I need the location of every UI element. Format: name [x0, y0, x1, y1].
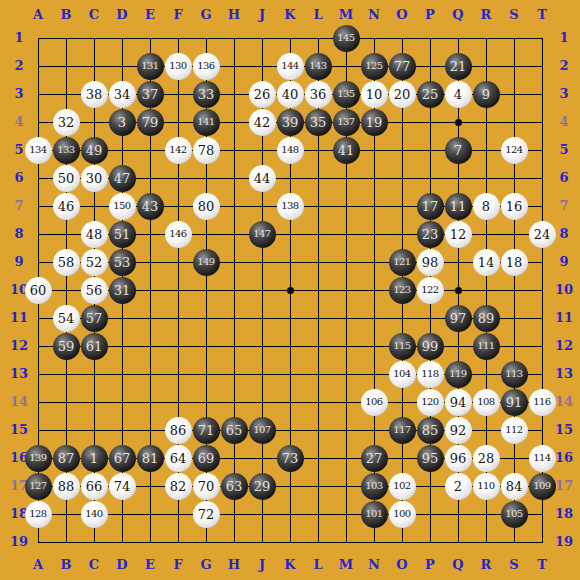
stone-black: 7: [445, 137, 472, 164]
move-number: 72: [198, 508, 215, 521]
move-number: 16: [506, 200, 523, 213]
move-number: 118: [421, 369, 438, 379]
move-number: 82: [170, 480, 187, 493]
stone-white: 2: [445, 473, 472, 500]
move-number: 36: [310, 88, 327, 101]
stone-white: 12: [445, 221, 472, 248]
stone-white: 102: [389, 473, 416, 500]
stone-black: 145: [333, 25, 360, 52]
stone-black: 101: [361, 501, 388, 528]
move-number: 106: [365, 397, 382, 407]
stone-white: 36: [305, 81, 332, 108]
move-number: 131: [141, 61, 158, 71]
stone-white: 100: [389, 501, 416, 528]
go-board-diagram: AABBCCDDEEFFGGHHJJKKLLMMNNOOPPQQRRSSTT11…: [0, 0, 580, 580]
move-number: 79: [142, 116, 159, 129]
move-number: 103: [365, 481, 382, 491]
move-number: 146: [169, 229, 186, 239]
move-number: 41: [338, 144, 355, 157]
stone-white: 56: [81, 277, 108, 304]
move-number: 4: [454, 88, 462, 101]
move-number: 104: [393, 369, 410, 379]
stone-white: 42: [249, 109, 276, 136]
stone-white: 148: [277, 137, 304, 164]
move-number: 8: [482, 200, 490, 213]
stone-white: 128: [25, 501, 52, 528]
stone-white: 4: [445, 81, 472, 108]
move-number: 99: [422, 340, 439, 353]
stone-white: 70: [193, 473, 220, 500]
move-number: 12: [450, 228, 467, 241]
stone-white: 120: [417, 389, 444, 416]
stone-black: 11: [445, 193, 472, 220]
move-number: 96: [450, 452, 467, 465]
move-number: 19: [366, 116, 383, 129]
move-number: 27: [366, 452, 383, 465]
move-number: 88: [58, 480, 75, 493]
move-number: 48: [86, 228, 103, 241]
move-number: 49: [86, 144, 103, 157]
stone-black: 37: [137, 81, 164, 108]
stone-black: 41: [333, 137, 360, 164]
stone-black: 61: [81, 333, 108, 360]
stone-black: 147: [249, 221, 276, 248]
stone-black: 73: [277, 445, 304, 472]
stone-black: 49: [81, 137, 108, 164]
move-number: 86: [170, 424, 187, 437]
stone-black: 137: [333, 109, 360, 136]
move-number: 110: [477, 481, 494, 491]
move-number: 57: [86, 312, 103, 325]
move-number: 38: [86, 88, 103, 101]
move-number: 84: [506, 480, 523, 493]
stone-white: 8: [473, 193, 500, 220]
move-number: 31: [114, 284, 131, 297]
stone-white: 138: [277, 193, 304, 220]
stone-black: 103: [361, 473, 388, 500]
stone-black: 39: [277, 109, 304, 136]
move-number: 114: [533, 453, 550, 463]
move-number: 150: [113, 201, 130, 211]
move-number: 102: [393, 481, 410, 491]
stone-white: 130: [165, 53, 192, 80]
stone-black: 135: [333, 81, 360, 108]
stone-white: 110: [473, 473, 500, 500]
move-number: 34: [114, 88, 131, 101]
stone-black: 143: [305, 53, 332, 80]
stone-white: 98: [417, 249, 444, 276]
stone-white: 52: [81, 249, 108, 276]
move-number: 145: [337, 33, 354, 43]
move-number: 11: [450, 200, 467, 213]
stone-black: 115: [389, 333, 416, 360]
stone-black: 47: [109, 165, 136, 192]
move-number: 149: [197, 257, 214, 267]
stone-white: 86: [165, 417, 192, 444]
move-number: 3: [118, 116, 126, 129]
stone-black: 71: [193, 417, 220, 444]
move-number: 92: [450, 424, 467, 437]
move-number: 10: [366, 88, 383, 101]
move-number: 89: [478, 312, 495, 325]
stone-white: 34: [109, 81, 136, 108]
move-number: 25: [422, 88, 439, 101]
stone-white: 32: [53, 109, 80, 136]
move-number: 60: [30, 284, 47, 297]
stone-white: 124: [501, 137, 528, 164]
move-number: 66: [86, 480, 103, 493]
stone-white: 26: [249, 81, 276, 108]
move-number: 23: [422, 228, 439, 241]
go-board[interactable]: 1234789101112141617181920212324252627282…: [24, 24, 556, 556]
stone-black: 87: [53, 445, 80, 472]
stone-white: 44: [249, 165, 276, 192]
stone-black: 3: [109, 109, 136, 136]
stone-black: 117: [389, 417, 416, 444]
stone-black: 109: [529, 473, 556, 500]
stone-black: 99: [417, 333, 444, 360]
move-number: 67: [114, 452, 131, 465]
move-number: 18: [506, 256, 523, 269]
stone-white: 112: [501, 417, 528, 444]
stone-white: 118: [417, 361, 444, 388]
stone-black: 63: [221, 473, 248, 500]
move-number: 127: [29, 481, 46, 491]
move-number: 87: [58, 452, 75, 465]
stone-white: 50: [53, 165, 80, 192]
stone-white: 46: [53, 193, 80, 220]
stone-white: 96: [445, 445, 472, 472]
stone-white: 84: [501, 473, 528, 500]
move-number: 120: [421, 397, 438, 407]
move-number: 134: [29, 145, 46, 155]
stone-black: 131: [137, 53, 164, 80]
move-number: 2: [454, 480, 462, 493]
move-number: 1: [90, 452, 98, 465]
stone-black: 57: [81, 305, 108, 332]
stone-black: 27: [361, 445, 388, 472]
move-number: 105: [505, 509, 522, 519]
stone-black: 31: [109, 277, 136, 304]
move-number: 17: [422, 200, 439, 213]
stone-black: 89: [473, 305, 500, 332]
stone-white: 58: [53, 249, 80, 276]
stone-white: 54: [53, 305, 80, 332]
move-number: 20: [394, 88, 411, 101]
move-number: 81: [142, 452, 159, 465]
move-number: 100: [393, 509, 410, 519]
move-number: 98: [422, 256, 439, 269]
stone-black: 21: [445, 53, 472, 80]
move-number: 115: [393, 341, 410, 351]
move-number: 117: [393, 425, 410, 435]
stone-white: 16: [501, 193, 528, 220]
stone-white: 104: [389, 361, 416, 388]
move-number: 119: [449, 369, 466, 379]
stone-black: 121: [389, 249, 416, 276]
move-number: 61: [86, 340, 103, 353]
move-number: 64: [170, 452, 187, 465]
move-number: 139: [29, 453, 46, 463]
stone-white: 20: [389, 81, 416, 108]
move-number: 39: [282, 116, 299, 129]
move-number: 74: [114, 480, 131, 493]
stone-white: 60: [25, 277, 52, 304]
move-number: 47: [114, 172, 131, 185]
move-number: 111: [477, 341, 494, 351]
stone-white: 142: [165, 137, 192, 164]
move-number: 26: [254, 88, 271, 101]
stone-black: 1: [81, 445, 108, 472]
move-number: 44: [254, 172, 271, 185]
stone-black: 111: [473, 333, 500, 360]
move-number: 137: [337, 117, 354, 127]
move-number: 63: [226, 480, 243, 493]
stone-white: 134: [25, 137, 52, 164]
stone-white: 140: [81, 501, 108, 528]
stone-white: 136: [193, 53, 220, 80]
stone-white: 88: [53, 473, 80, 500]
move-number: 78: [198, 144, 215, 157]
move-number: 136: [197, 61, 214, 71]
move-number: 128: [29, 509, 46, 519]
move-number: 138: [281, 201, 298, 211]
move-number: 71: [198, 424, 215, 437]
move-number: 46: [58, 200, 75, 213]
stone-white: 114: [529, 445, 556, 472]
move-number: 69: [198, 452, 215, 465]
move-number: 109: [533, 481, 550, 491]
move-number: 21: [450, 60, 467, 73]
stone-black: 43: [137, 193, 164, 220]
move-number: 54: [58, 312, 75, 325]
stone-black: 33: [193, 81, 220, 108]
stone-black: 35: [305, 109, 332, 136]
stone-black: 127: [25, 473, 52, 500]
stone-white: 30: [81, 165, 108, 192]
move-number: 9: [482, 88, 490, 101]
stone-black: 65: [221, 417, 248, 444]
stone-black: 79: [137, 109, 164, 136]
stone-white: 146: [165, 221, 192, 248]
move-number: 116: [533, 397, 550, 407]
stone-white: 24: [529, 221, 556, 248]
stone-white: 122: [417, 277, 444, 304]
move-number: 30: [86, 172, 103, 185]
stone-black: 59: [53, 333, 80, 360]
stone-black: 77: [389, 53, 416, 80]
move-number: 14: [478, 256, 495, 269]
move-number: 123: [393, 285, 410, 295]
move-number: 32: [58, 116, 75, 129]
move-number: 112: [505, 425, 522, 435]
stone-white: 66: [81, 473, 108, 500]
move-number: 65: [226, 424, 243, 437]
stone-white: 38: [81, 81, 108, 108]
stone-black: 107: [249, 417, 276, 444]
move-number: 143: [309, 61, 326, 71]
move-number: 125: [365, 61, 382, 71]
move-number: 24: [534, 228, 551, 241]
stone-white: 64: [165, 445, 192, 472]
stone-black: 123: [389, 277, 416, 304]
stone-black: 141: [193, 109, 220, 136]
stone-black: 105: [501, 501, 528, 528]
stone-black: 91: [501, 389, 528, 416]
stone-black: 85: [417, 417, 444, 444]
move-number: 94: [450, 396, 467, 409]
stone-white: 18: [501, 249, 528, 276]
stone-black: 53: [109, 249, 136, 276]
stone-white: 40: [277, 81, 304, 108]
stone-white: 92: [445, 417, 472, 444]
move-number: 124: [505, 145, 522, 155]
move-number: 51: [114, 228, 131, 241]
stone-white: 14: [473, 249, 500, 276]
stone-white: 48: [81, 221, 108, 248]
move-number: 28: [478, 452, 495, 465]
move-number: 40: [282, 88, 299, 101]
move-number: 73: [282, 452, 299, 465]
stone-white: 28: [473, 445, 500, 472]
stone-white: 74: [109, 473, 136, 500]
move-number: 148: [281, 145, 298, 155]
stone-black: 9: [473, 81, 500, 108]
move-number: 70: [198, 480, 215, 493]
stone-black: 25: [417, 81, 444, 108]
move-number: 43: [142, 200, 159, 213]
move-number: 95: [422, 452, 439, 465]
stone-white: 10: [361, 81, 388, 108]
stone-black: 133: [53, 137, 80, 164]
move-number: 140: [85, 509, 102, 519]
move-number: 53: [114, 256, 131, 269]
move-number: 144: [281, 61, 298, 71]
stone-black: 113: [501, 361, 528, 388]
move-number: 107: [253, 425, 270, 435]
move-number: 59: [58, 340, 75, 353]
stone-white: 78: [193, 137, 220, 164]
move-number: 35: [310, 116, 327, 129]
move-number: 122: [421, 285, 438, 295]
stone-white: 106: [361, 389, 388, 416]
stone-white: 94: [445, 389, 472, 416]
stone-white: 108: [473, 389, 500, 416]
move-number: 142: [169, 145, 186, 155]
stone-white: 150: [109, 193, 136, 220]
stone-black: 149: [193, 249, 220, 276]
stone-black: 97: [445, 305, 472, 332]
stone-white: 72: [193, 501, 220, 528]
move-number: 42: [254, 116, 271, 129]
move-number: 97: [450, 312, 467, 325]
move-number: 141: [197, 117, 214, 127]
move-number: 147: [253, 229, 270, 239]
stone-black: 51: [109, 221, 136, 248]
move-number: 101: [365, 509, 382, 519]
stone-white: 82: [165, 473, 192, 500]
move-number: 130: [169, 61, 186, 71]
move-number: 52: [86, 256, 103, 269]
stone-white: 116: [529, 389, 556, 416]
move-number: 113: [505, 369, 522, 379]
move-number: 29: [254, 480, 271, 493]
move-number: 50: [58, 172, 75, 185]
stone-white: 144: [277, 53, 304, 80]
move-number: 85: [422, 424, 439, 437]
stone-black: 69: [193, 445, 220, 472]
move-number: 121: [393, 257, 410, 267]
move-number: 37: [142, 88, 159, 101]
stone-black: 67: [109, 445, 136, 472]
move-number: 91: [506, 396, 523, 409]
move-number: 33: [198, 88, 215, 101]
move-number: 80: [198, 200, 215, 213]
move-number: 7: [454, 144, 462, 157]
stone-black: 139: [25, 445, 52, 472]
stone-black: 119: [445, 361, 472, 388]
stone-black: 17: [417, 193, 444, 220]
move-number: 133: [57, 145, 74, 155]
stone-black: 23: [417, 221, 444, 248]
move-number: 135: [337, 89, 354, 99]
stone-black: 125: [361, 53, 388, 80]
stone-black: 95: [417, 445, 444, 472]
stone-black: 81: [137, 445, 164, 472]
move-number: 56: [86, 284, 103, 297]
move-number: 108: [477, 397, 494, 407]
stone-black: 19: [361, 109, 388, 136]
move-number: 58: [58, 256, 75, 269]
move-number: 77: [394, 60, 411, 73]
stone-white: 80: [193, 193, 220, 220]
stone-black: 29: [249, 473, 276, 500]
